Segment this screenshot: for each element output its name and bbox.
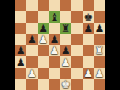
- black-pawn-b5[interactable]: ♟: [27, 34, 36, 45]
- black-pawn-d5[interactable]: ♟: [50, 34, 59, 45]
- chess-board[interactable]: ♝♚♟♜♟♟♟♟♟♟♟♟♜♟♟♟♟♟♚: [15, 0, 105, 90]
- black-pawn-g6[interactable]: ♟: [83, 22, 92, 33]
- square-g4[interactable]: [83, 45, 94, 56]
- square-b4[interactable]: [26, 45, 37, 56]
- square-c4[interactable]: [38, 45, 49, 56]
- square-f4[interactable]: [71, 45, 82, 56]
- square-f1[interactable]: [71, 79, 82, 90]
- square-g1[interactable]: [83, 79, 94, 90]
- white-pawn-d4[interactable]: ♟: [50, 45, 59, 56]
- square-e1[interactable]: ♚: [60, 79, 71, 90]
- square-d2[interactable]: [49, 68, 60, 79]
- square-g2[interactable]: ♟: [83, 68, 94, 79]
- square-e8[interactable]: [60, 0, 71, 11]
- square-g6[interactable]: ♟: [83, 23, 94, 34]
- white-pawn-g2[interactable]: ♟: [83, 67, 92, 78]
- square-b7[interactable]: [26, 11, 37, 22]
- square-d7[interactable]: ♝: [49, 11, 60, 22]
- square-c3[interactable]: [38, 56, 49, 67]
- square-h4[interactable]: ♜: [94, 45, 105, 56]
- square-c1[interactable]: [38, 79, 49, 90]
- square-f2[interactable]: [71, 68, 82, 79]
- square-f7[interactable]: [71, 11, 82, 22]
- white-king-e1[interactable]: ♚: [61, 79, 70, 90]
- square-b5[interactable]: ♟: [26, 34, 37, 45]
- square-f3[interactable]: [71, 56, 82, 67]
- square-d4[interactable]: ♟: [49, 45, 60, 56]
- square-d1[interactable]: [49, 79, 60, 90]
- square-g5[interactable]: [83, 34, 94, 45]
- white-pawn-e3[interactable]: ♟: [61, 56, 70, 67]
- square-h1[interactable]: [94, 79, 105, 90]
- square-b2[interactable]: ♟: [26, 68, 37, 79]
- black-pawn-h6[interactable]: ♟: [95, 22, 104, 33]
- square-a6[interactable]: [15, 23, 26, 34]
- white-pawn-c5[interactable]: ♟: [38, 34, 47, 45]
- square-a1[interactable]: [15, 79, 26, 90]
- square-c2[interactable]: [38, 68, 49, 79]
- black-pawn-a4[interactable]: ♟: [16, 45, 25, 56]
- square-h2[interactable]: ♟: [94, 68, 105, 79]
- square-d3[interactable]: [49, 56, 60, 67]
- letterbox-left: [0, 0, 15, 90]
- chess-app-canvas: ♝♚♟♜♟♟♟♟♟♟♟♟♜♟♟♟♟♟♚: [0, 0, 120, 90]
- square-c5[interactable]: ♟: [38, 34, 49, 45]
- square-f6[interactable]: [71, 23, 82, 34]
- square-f8[interactable]: [71, 0, 82, 11]
- square-a2[interactable]: [15, 68, 26, 79]
- square-e6[interactable]: ♜: [60, 23, 71, 34]
- black-pawn-a3[interactable]: ♟: [16, 56, 25, 67]
- white-pawn-h2[interactable]: ♟: [95, 67, 104, 78]
- black-bishop-d7[interactable]: ♝: [50, 11, 59, 22]
- square-e3[interactable]: ♟: [60, 56, 71, 67]
- white-rook-h4[interactable]: ♜: [95, 45, 104, 56]
- square-b1[interactable]: [26, 79, 37, 90]
- black-pawn-e4[interactable]: ♟: [61, 45, 70, 56]
- letterbox-right: [105, 0, 120, 90]
- square-c8[interactable]: [38, 0, 49, 11]
- square-a3[interactable]: ♟: [15, 56, 26, 67]
- white-pawn-b2[interactable]: ♟: [27, 67, 36, 78]
- square-h8[interactable]: [94, 0, 105, 11]
- square-f5[interactable]: [71, 34, 82, 45]
- black-rook-e6[interactable]: ♜: [61, 22, 70, 33]
- black-pawn-c6[interactable]: ♟: [38, 22, 47, 33]
- square-a8[interactable]: [15, 0, 26, 11]
- square-a7[interactable]: [15, 11, 26, 22]
- square-b8[interactable]: [26, 0, 37, 11]
- black-king-g7[interactable]: ♚: [83, 11, 92, 22]
- square-h6[interactable]: ♟: [94, 23, 105, 34]
